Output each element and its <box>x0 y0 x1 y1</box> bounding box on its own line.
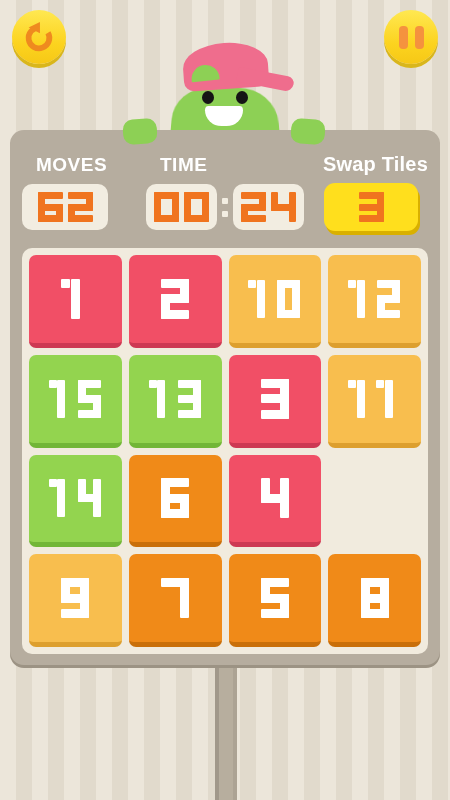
tile-6[interactable] <box>129 455 222 548</box>
tile-number <box>159 478 192 518</box>
swap-tiles-count <box>356 192 386 222</box>
tile-number <box>358 578 391 618</box>
pause-icon <box>399 26 424 49</box>
mascot-left-eye <box>202 91 214 104</box>
moves-label: MOVES <box>36 154 107 176</box>
moves-value <box>35 192 95 222</box>
tile-15[interactable] <box>29 355 122 448</box>
tile-number <box>159 578 192 618</box>
tile-number <box>47 380 103 418</box>
mascot-left-hand <box>122 118 158 145</box>
tile-8[interactable] <box>328 554 421 647</box>
time-seconds-value <box>239 192 299 222</box>
puzzle-grid <box>29 255 421 647</box>
time-colon <box>217 184 233 230</box>
puzzle-grid-panel <box>22 248 428 654</box>
time-seconds <box>233 184 304 230</box>
tile-number <box>147 380 203 418</box>
tile-number <box>347 380 403 418</box>
tile-2[interactable] <box>129 255 222 348</box>
tile-number <box>47 479 103 517</box>
tile-number <box>159 279 192 319</box>
tile-number <box>59 279 92 319</box>
mascot-character <box>0 0 450 150</box>
tile-10[interactable] <box>229 255 322 348</box>
tile-7[interactable] <box>129 554 222 647</box>
time-label: TIME <box>160 154 207 176</box>
swap-tiles-label: Swap Tiles <box>323 153 428 176</box>
game-board: MOVES TIME Swap Tiles <box>10 130 440 665</box>
restart-icon <box>22 20 56 54</box>
tile-13[interactable] <box>129 355 222 448</box>
tile-11[interactable] <box>328 355 421 448</box>
tile-3[interactable] <box>229 355 322 448</box>
game-screen: MOVES TIME Swap Tiles <box>0 0 450 800</box>
tile-number <box>258 478 291 518</box>
tile-4[interactable] <box>229 455 322 548</box>
tile-1[interactable] <box>29 255 122 348</box>
tile-14[interactable] <box>29 455 122 548</box>
tile-12[interactable] <box>328 255 421 348</box>
tile-number <box>347 280 403 318</box>
swap-tiles-button[interactable] <box>324 183 418 231</box>
pause-button[interactable] <box>384 10 438 64</box>
tile-number <box>247 280 303 318</box>
tile-number <box>258 578 291 618</box>
tile-9[interactable] <box>29 554 122 647</box>
moves-counter <box>22 184 108 230</box>
mascot-right-eye <box>236 91 248 104</box>
tile-number <box>59 578 92 618</box>
tile-number <box>258 379 291 419</box>
mascot-right-hand <box>290 118 326 145</box>
tile-5[interactable] <box>229 554 322 647</box>
time-minutes-value <box>152 192 212 222</box>
board-stand-post <box>215 658 237 800</box>
time-minutes <box>146 184 217 230</box>
empty-cell <box>328 455 421 548</box>
restart-button[interactable] <box>12 10 66 64</box>
